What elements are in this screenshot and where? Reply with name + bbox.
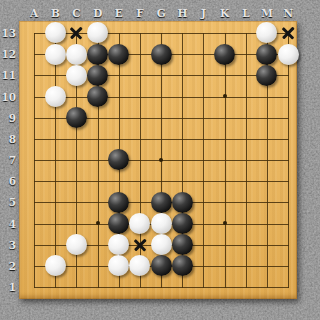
board-point-D4[interactable]: [87, 213, 108, 234]
board-point-N5[interactable]: [277, 192, 298, 213]
row-label-13: 13: [0, 27, 16, 39]
row-label-9: 9: [0, 112, 16, 124]
column-label-J: J: [201, 7, 206, 19]
board-point-L1[interactable]: [235, 276, 256, 297]
board-point-F5[interactable]: [129, 192, 150, 213]
white-stone-F4: [129, 213, 150, 234]
board-point-L8[interactable]: [235, 128, 256, 149]
go-app-canvas: ABCDEFGHJKLMN 13121110987654321: [0, 0, 320, 320]
column-label-K: K: [220, 7, 229, 19]
board-point-D2[interactable]: [87, 255, 108, 276]
board-point-H3[interactable]: [172, 234, 193, 255]
board-point-G6[interactable]: [151, 170, 172, 191]
board-point-D9[interactable]: [87, 107, 108, 128]
black-stone-H3: [172, 234, 193, 255]
board-point-C11[interactable]: [66, 65, 87, 86]
board-point-K13[interactable]: [214, 22, 235, 43]
board-point-F10[interactable]: [129, 86, 150, 107]
board-point-E9[interactable]: [108, 107, 129, 128]
x-mark-C13: [69, 26, 83, 40]
board-point-L3[interactable]: [235, 234, 256, 255]
board-point-G12[interactable]: [151, 44, 172, 65]
board-point-D6[interactable]: [87, 170, 108, 191]
board-point-A6[interactable]: [24, 170, 45, 191]
board-point-N2[interactable]: [277, 255, 298, 276]
board-point-J4[interactable]: [193, 213, 214, 234]
board-point-F8[interactable]: [129, 128, 150, 149]
board-point-H11[interactable]: [172, 65, 193, 86]
board-point-M3[interactable]: [256, 234, 277, 255]
board-point-L4[interactable]: [235, 213, 256, 234]
board-point-N1[interactable]: [277, 276, 298, 297]
black-stone-E4: [108, 213, 129, 234]
column-label-H: H: [177, 7, 187, 19]
board-point-L10[interactable]: [235, 86, 256, 107]
board-point-B13[interactable]: [45, 22, 66, 43]
board-point-M8[interactable]: [256, 128, 277, 149]
row-label-3: 3: [0, 239, 16, 251]
board-point-L7[interactable]: [235, 149, 256, 170]
board-point-G13[interactable]: [151, 22, 172, 43]
star-point-K4: [223, 221, 227, 225]
board-point-A8[interactable]: [24, 128, 45, 149]
board-point-E8[interactable]: [108, 128, 129, 149]
white-stone-B12: [45, 44, 66, 65]
board-point-C7[interactable]: [66, 149, 87, 170]
board-point-G9[interactable]: [151, 107, 172, 128]
x-mark-F3: [133, 238, 147, 252]
board-point-M4[interactable]: [256, 213, 277, 234]
board-point-B5[interactable]: [45, 192, 66, 213]
board-point-D8[interactable]: [87, 128, 108, 149]
board-point-L6[interactable]: [235, 170, 256, 191]
board-point-L9[interactable]: [235, 107, 256, 128]
board-point-D7[interactable]: [87, 149, 108, 170]
board-point-F13[interactable]: [129, 22, 150, 43]
board-point-N4[interactable]: [277, 213, 298, 234]
board-point-A13[interactable]: [24, 22, 45, 43]
board-point-F11[interactable]: [129, 65, 150, 86]
row-label-6: 6: [0, 175, 16, 187]
black-stone-D10: [87, 86, 108, 107]
board-point-E2[interactable]: [108, 255, 129, 276]
white-stone-D13: [87, 22, 108, 43]
board-point-N8[interactable]: [277, 128, 298, 149]
column-label-B: B: [51, 7, 60, 19]
board-point-F1[interactable]: [129, 276, 150, 297]
board-point-C12[interactable]: [66, 44, 87, 65]
board-point-E7[interactable]: [108, 149, 129, 170]
column-label-C: C: [72, 7, 80, 19]
board-point-B2[interactable]: [45, 255, 66, 276]
goban: [19, 21, 297, 299]
board-point-K8[interactable]: [214, 128, 235, 149]
board-point-D13[interactable]: [87, 22, 108, 43]
board-point-M9[interactable]: [256, 107, 277, 128]
board-point-J10[interactable]: [193, 86, 214, 107]
board-point-K11[interactable]: [214, 65, 235, 86]
board-point-G10[interactable]: [151, 86, 172, 107]
black-stone-G5: [151, 192, 172, 213]
board-point-N6[interactable]: [277, 170, 298, 191]
board-point-L2[interactable]: [235, 255, 256, 276]
board-grid: [24, 22, 299, 297]
board-point-K1[interactable]: [214, 276, 235, 297]
board-point-E11[interactable]: [108, 65, 129, 86]
board-point-K9[interactable]: [214, 107, 235, 128]
board-point-D3[interactable]: [87, 234, 108, 255]
board-point-A12[interactable]: [24, 44, 45, 65]
board-point-A1[interactable]: [24, 276, 45, 297]
board-point-A11[interactable]: [24, 65, 45, 86]
board-point-D5[interactable]: [87, 192, 108, 213]
board-point-H12[interactable]: [172, 44, 193, 65]
board-point-J3[interactable]: [193, 234, 214, 255]
white-stone-E2: [108, 255, 129, 276]
board-point-A10[interactable]: [24, 86, 45, 107]
board-point-N12[interactable]: [277, 44, 298, 65]
board-point-F3[interactable]: [129, 234, 150, 255]
black-stone-C9: [66, 107, 87, 128]
white-stone-E3: [108, 234, 129, 255]
row-label-1: 1: [0, 281, 16, 293]
board-point-B4[interactable]: [45, 213, 66, 234]
board-point-J11[interactable]: [193, 65, 214, 86]
board-point-B7[interactable]: [45, 149, 66, 170]
board-point-G1[interactable]: [151, 276, 172, 297]
board-point-B10[interactable]: [45, 86, 66, 107]
board-point-K5[interactable]: [214, 192, 235, 213]
board-point-L11[interactable]: [235, 65, 256, 86]
board-point-J7[interactable]: [193, 149, 214, 170]
black-stone-H5: [172, 192, 193, 213]
board-point-D12[interactable]: [87, 44, 108, 65]
board-point-H9[interactable]: [172, 107, 193, 128]
board-point-M11[interactable]: [256, 65, 277, 86]
white-stone-G4: [151, 213, 172, 234]
board-point-B8[interactable]: [45, 128, 66, 149]
board-point-J6[interactable]: [193, 170, 214, 191]
board-point-C2[interactable]: [66, 255, 87, 276]
board-point-C5[interactable]: [66, 192, 87, 213]
white-stone-B13: [45, 22, 66, 43]
star-point-G7: [159, 158, 163, 162]
white-stone-F2: [129, 255, 150, 276]
white-stone-C11: [66, 65, 87, 86]
row-label-7: 7: [0, 154, 16, 166]
board-point-G5[interactable]: [151, 192, 172, 213]
board-point-J13[interactable]: [193, 22, 214, 43]
board-point-J12[interactable]: [193, 44, 214, 65]
board-point-C10[interactable]: [66, 86, 87, 107]
white-stone-B10: [45, 86, 66, 107]
column-label-G: G: [157, 7, 166, 19]
board-point-J5[interactable]: [193, 192, 214, 213]
board-point-N3[interactable]: [277, 234, 298, 255]
black-stone-G2: [151, 255, 172, 276]
board-point-G4[interactable]: [151, 213, 172, 234]
column-label-A: A: [30, 7, 38, 19]
board-point-J9[interactable]: [193, 107, 214, 128]
board-point-B9[interactable]: [45, 107, 66, 128]
white-stone-C12: [66, 44, 87, 65]
board-point-A4[interactable]: [24, 213, 45, 234]
board-point-J1[interactable]: [193, 276, 214, 297]
black-stone-H2: [172, 255, 193, 276]
board-point-D1[interactable]: [87, 276, 108, 297]
board-point-M10[interactable]: [256, 86, 277, 107]
board-point-B3[interactable]: [45, 234, 66, 255]
board-point-B12[interactable]: [45, 44, 66, 65]
row-label-4: 4: [0, 218, 16, 230]
board-point-E5[interactable]: [108, 192, 129, 213]
row-label-12: 12: [0, 48, 16, 60]
board-point-M5[interactable]: [256, 192, 277, 213]
board-point-F4[interactable]: [129, 213, 150, 234]
white-stone-B2: [45, 255, 66, 276]
x-mark-N13: [281, 26, 295, 40]
column-label-D: D: [93, 7, 102, 19]
board-point-B1[interactable]: [45, 276, 66, 297]
board-point-G2[interactable]: [151, 255, 172, 276]
board-point-H6[interactable]: [172, 170, 193, 191]
board-point-J8[interactable]: [193, 128, 214, 149]
board-point-H13[interactable]: [172, 22, 193, 43]
board-point-L12[interactable]: [235, 44, 256, 65]
board-point-M7[interactable]: [256, 149, 277, 170]
board-point-F9[interactable]: [129, 107, 150, 128]
board-point-N7[interactable]: [277, 149, 298, 170]
board-point-N9[interactable]: [277, 107, 298, 128]
black-stone-E7: [108, 149, 129, 170]
white-stone-G3: [151, 234, 172, 255]
board-point-G8[interactable]: [151, 128, 172, 149]
star-point-K10: [223, 94, 227, 98]
board-point-E12[interactable]: [108, 44, 129, 65]
board-point-K12[interactable]: [214, 44, 235, 65]
black-stone-D11: [87, 65, 108, 86]
board-point-M12[interactable]: [256, 44, 277, 65]
white-stone-M13: [256, 22, 277, 43]
board-point-G3[interactable]: [151, 234, 172, 255]
board-point-H7[interactable]: [172, 149, 193, 170]
board-point-C6[interactable]: [66, 170, 87, 191]
black-stone-H4: [172, 213, 193, 234]
black-stone-K12: [214, 44, 235, 65]
board-point-A7[interactable]: [24, 149, 45, 170]
board-point-E6[interactable]: [108, 170, 129, 191]
board-point-B6[interactable]: [45, 170, 66, 191]
black-stone-G12: [151, 44, 172, 65]
board-point-N11[interactable]: [277, 65, 298, 86]
board-point-F6[interactable]: [129, 170, 150, 191]
row-label-8: 8: [0, 133, 16, 145]
column-label-N: N: [283, 7, 293, 19]
black-stone-E5: [108, 192, 129, 213]
star-point-D4: [96, 221, 100, 225]
board-point-C1[interactable]: [66, 276, 87, 297]
black-stone-D12: [87, 44, 108, 65]
board-point-F7[interactable]: [129, 149, 150, 170]
board-point-H4[interactable]: [172, 213, 193, 234]
row-label-5: 5: [0, 196, 16, 208]
board-point-C9[interactable]: [66, 107, 87, 128]
board-point-E13[interactable]: [108, 22, 129, 43]
board-point-M6[interactable]: [256, 170, 277, 191]
board-point-K4[interactable]: [214, 213, 235, 234]
row-label-10: 10: [0, 91, 16, 103]
row-label-2: 2: [0, 260, 16, 272]
board-point-K10[interactable]: [214, 86, 235, 107]
board-point-C3[interactable]: [66, 234, 87, 255]
board-point-H2[interactable]: [172, 255, 193, 276]
row-label-11: 11: [0, 69, 16, 81]
board-point-M1[interactable]: [256, 276, 277, 297]
board-point-A2[interactable]: [24, 255, 45, 276]
column-label-M: M: [261, 7, 273, 19]
board-point-K6[interactable]: [214, 170, 235, 191]
board-point-D11[interactable]: [87, 65, 108, 86]
board-point-N13[interactable]: [277, 22, 298, 43]
board-point-F2[interactable]: [129, 255, 150, 276]
board-point-H10[interactable]: [172, 86, 193, 107]
board-point-M2[interactable]: [256, 255, 277, 276]
board-point-D10[interactable]: [87, 86, 108, 107]
black-stone-M12: [256, 44, 277, 65]
board-point-C13[interactable]: [66, 22, 87, 43]
column-label-F: F: [136, 7, 143, 19]
black-stone-E12: [108, 44, 129, 65]
board-point-H8[interactable]: [172, 128, 193, 149]
board-point-H1[interactable]: [172, 276, 193, 297]
board-point-A9[interactable]: [24, 107, 45, 128]
board-point-K7[interactable]: [214, 149, 235, 170]
board-point-C8[interactable]: [66, 128, 87, 149]
board-point-C4[interactable]: [66, 213, 87, 234]
board-point-L5[interactable]: [235, 192, 256, 213]
board-point-A5[interactable]: [24, 192, 45, 213]
board-point-A3[interactable]: [24, 234, 45, 255]
column-label-L: L: [242, 7, 249, 19]
board-point-E4[interactable]: [108, 213, 129, 234]
board-point-J2[interactable]: [193, 255, 214, 276]
board-point-E3[interactable]: [108, 234, 129, 255]
white-stone-C3: [66, 234, 87, 255]
board-point-K3[interactable]: [214, 234, 235, 255]
board-point-L13[interactable]: [235, 22, 256, 43]
board-point-G11[interactable]: [151, 65, 172, 86]
board-point-N10[interactable]: [277, 86, 298, 107]
column-label-E: E: [115, 7, 123, 19]
board-point-K2[interactable]: [214, 255, 235, 276]
black-stone-M11: [256, 65, 277, 86]
board-point-E10[interactable]: [108, 86, 129, 107]
board-point-B11[interactable]: [45, 65, 66, 86]
board-point-F12[interactable]: [129, 44, 150, 65]
white-stone-N12: [278, 44, 299, 65]
board-point-G7[interactable]: [151, 149, 172, 170]
board-point-E1[interactable]: [108, 276, 129, 297]
board-point-H5[interactable]: [172, 192, 193, 213]
board-point-M13[interactable]: [256, 22, 277, 43]
